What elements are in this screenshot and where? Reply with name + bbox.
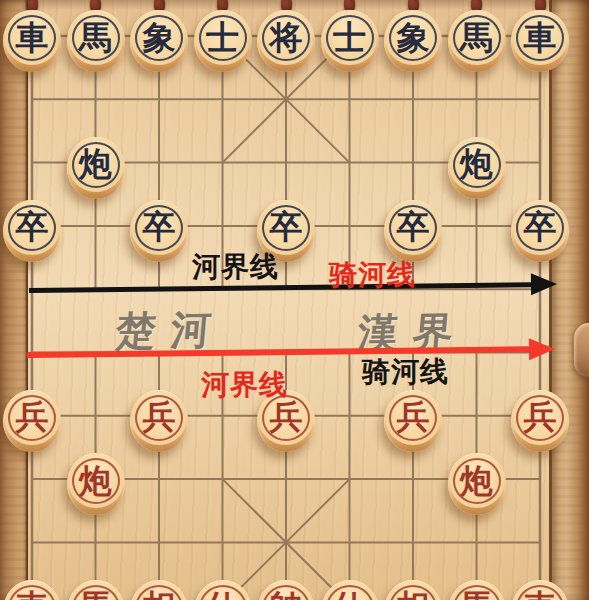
piece-black-soldier[interactable]: 卒	[130, 200, 188, 262]
piece-face: 卒	[385, 201, 441, 255]
piece-black-general[interactable]: 将	[257, 10, 315, 72]
piece-black-cannon[interactable]: 炮	[448, 137, 506, 199]
piece-glyph: 炮	[460, 148, 493, 181]
board-frame-left	[0, 0, 28, 600]
piece-red-cannon[interactable]: 炮	[448, 453, 506, 515]
piece-face: 車	[4, 11, 60, 65]
piece-red-cannon[interactable]: 炮	[67, 453, 125, 515]
piece-face: 馬	[68, 11, 124, 65]
piece-glyph: 兵	[524, 401, 557, 434]
piece-red-soldier[interactable]: 兵	[511, 390, 569, 452]
piece-glyph: 馬	[460, 591, 493, 600]
piece-glyph: 卒	[143, 211, 176, 244]
piece-face: 士	[195, 11, 251, 65]
piece-black-elephant[interactable]: 象	[384, 10, 442, 72]
piece-black-horse[interactable]: 馬	[67, 10, 125, 72]
piece-red-soldier[interactable]: 兵	[384, 390, 442, 452]
piece-glyph: 兵	[16, 401, 49, 434]
piece-face: 士	[322, 11, 378, 65]
piece-face: 象	[131, 11, 187, 65]
piece-face: 将	[258, 11, 314, 65]
black-arrowhead-icon	[531, 273, 557, 295]
piece-face: 卒	[258, 201, 314, 255]
piece-black-advisor[interactable]: 士	[194, 10, 252, 72]
piece-glyph: 帥	[270, 591, 303, 600]
piece-face: 車	[512, 11, 568, 65]
piece-glyph: 馬	[79, 591, 112, 600]
piece-glyph: 卒	[397, 211, 430, 244]
piece-glyph: 士	[333, 22, 366, 55]
piece-face: 象	[385, 11, 441, 65]
piece-black-soldier[interactable]: 卒	[384, 200, 442, 262]
black-arrow-shaft	[29, 282, 531, 293]
piece-face: 炮	[68, 138, 124, 192]
piece-glyph: 卒	[270, 211, 303, 244]
label-river-boundary-bottom: 河界线	[201, 366, 288, 404]
piece-glyph: 相	[397, 591, 430, 600]
piece-glyph: 仕	[333, 591, 366, 600]
piece-glyph: 相	[143, 591, 176, 600]
piece-face: 炮	[449, 138, 505, 192]
piece-glyph: 馬	[460, 22, 493, 55]
piece-glyph: 兵	[397, 401, 430, 434]
piece-glyph: 車	[524, 22, 557, 55]
piece-face: 兵	[4, 391, 60, 445]
piece-black-soldier[interactable]: 卒	[3, 200, 61, 262]
piece-glyph: 卒	[524, 211, 557, 244]
piece-glyph: 兵	[270, 401, 303, 434]
piece-glyph: 仕	[206, 591, 239, 600]
piece-glyph: 士	[206, 22, 239, 55]
frame-knob	[574, 323, 589, 377]
piece-glyph: 炮	[79, 465, 112, 498]
xiangqi-board: 楚河 漢界 車馬象士将士象馬車炮炮卒卒卒卒卒兵兵兵兵兵炮炮車馬相仕帥仕相馬車 河…	[0, 0, 589, 600]
piece-face: 炮	[449, 454, 505, 508]
piece-glyph: 車	[16, 591, 49, 600]
red-arrow-shaft	[27, 346, 529, 358]
piece-face: 馬	[449, 11, 505, 65]
piece-face: 卒	[131, 201, 187, 255]
piece-face: 卒	[4, 201, 60, 255]
piece-red-soldier[interactable]: 兵	[130, 390, 188, 452]
piece-glyph: 卒	[16, 211, 49, 244]
piece-face: 兵	[385, 391, 441, 445]
label-riding-river-top: 骑河线	[329, 256, 416, 294]
piece-glyph: 車	[16, 22, 49, 55]
piece-red-soldier[interactable]: 兵	[3, 390, 61, 452]
piece-face: 兵	[512, 391, 568, 445]
label-riding-river-bottom: 骑河线	[362, 353, 449, 391]
top-edge-shadow	[0, 0, 589, 10]
piece-glyph: 兵	[143, 401, 176, 434]
piece-glyph: 馬	[79, 22, 112, 55]
board-frame-right	[549, 0, 589, 600]
piece-glyph: 象	[397, 22, 430, 55]
piece-black-chariot[interactable]: 車	[3, 10, 61, 72]
red-arrowhead-icon	[529, 338, 555, 360]
piece-black-advisor[interactable]: 士	[321, 10, 379, 72]
piece-black-elephant[interactable]: 象	[130, 10, 188, 72]
piece-black-chariot[interactable]: 車	[511, 10, 569, 72]
piece-black-cannon[interactable]: 炮	[67, 137, 125, 199]
piece-glyph: 炮	[460, 465, 493, 498]
piece-face: 兵	[131, 391, 187, 445]
piece-black-soldier[interactable]: 卒	[511, 200, 569, 262]
piece-glyph: 車	[524, 591, 557, 600]
piece-glyph: 将	[270, 22, 303, 55]
piece-face: 炮	[68, 454, 124, 508]
piece-glyph: 象	[143, 22, 176, 55]
label-river-boundary-top: 河界线	[192, 248, 279, 286]
piece-face: 卒	[512, 201, 568, 255]
piece-glyph: 炮	[79, 148, 112, 181]
piece-black-horse[interactable]: 馬	[448, 10, 506, 72]
